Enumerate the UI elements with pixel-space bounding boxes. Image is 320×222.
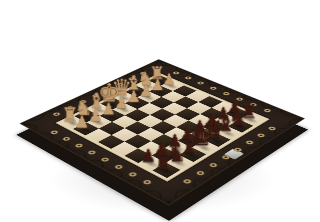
brass-stud-icon: [235, 97, 244, 101]
brass-stud-icon: [113, 164, 124, 170]
brass-stud-icon: [66, 105, 76, 110]
brass-stud-icon: [99, 156, 110, 162]
brass-stud-icon: [141, 179, 152, 185]
brass-stud-icon: [52, 112, 62, 117]
brass-stud-icon: [73, 143, 83, 148]
brass-stud-icon: [116, 82, 125, 86]
brass-stud-icon: [267, 126, 277, 131]
brass-stud-icon: [91, 93, 100, 97]
brass-stud-icon: [86, 149, 97, 155]
brass-stud-icon: [208, 86, 217, 90]
brass-stud-icon: [79, 99, 89, 104]
brass-stud-icon: [248, 102, 258, 107]
brass-stud-icon: [196, 81, 205, 85]
brass-stud-icon: [128, 77, 137, 81]
brass-stud-icon: [61, 136, 71, 141]
brass-stud-icon: [171, 71, 180, 75]
brass-stud-icon: [245, 140, 255, 145]
brass-stud-icon: [208, 162, 219, 168]
brass-stud-icon: [262, 108, 272, 113]
brass-stud-icon: [195, 170, 206, 176]
brass-stud-icon: [127, 171, 138, 177]
brass-stud-icon: [139, 71, 148, 75]
product-photo-canvas: ♜♞♝♛♚♝♞♜♟♟♟♟♟♟♟♟♟♟♟♟♟♟♟♟♜♞♝♛♚♝♞♜: [0, 0, 320, 222]
brass-stud-icon: [183, 76, 192, 80]
brass-stud-icon: [49, 130, 59, 135]
brass-stud-icon: [104, 88, 113, 92]
brass-stud-icon: [256, 133, 266, 138]
brass-stud-icon: [221, 91, 230, 95]
brass-stud-icon: [182, 178, 193, 184]
